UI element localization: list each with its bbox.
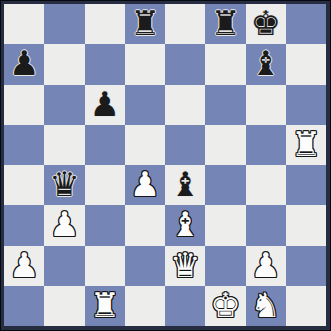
square-e3[interactable]: ♝ bbox=[165, 205, 205, 245]
piece-white-rook-h5[interactable]: ♜ bbox=[291, 127, 321, 161]
piece-black-bishop-e4[interactable]: ♝ bbox=[170, 167, 200, 201]
square-h5[interactable]: ♜ bbox=[286, 125, 326, 165]
square-a1[interactable] bbox=[4, 286, 44, 326]
square-f7[interactable] bbox=[205, 44, 245, 84]
piece-black-rook-f8[interactable]: ♜ bbox=[210, 6, 240, 40]
square-b2[interactable] bbox=[44, 246, 84, 286]
square-a8[interactable] bbox=[4, 4, 44, 44]
piece-white-bishop-e3[interactable]: ♝ bbox=[170, 207, 200, 241]
square-a5[interactable] bbox=[4, 125, 44, 165]
chess-board-grid: ♜♜♚♟♝♟♜♛♟♝♟♝♟♛♟♜♚♞ bbox=[4, 4, 326, 326]
piece-black-queen-b4[interactable]: ♛ bbox=[49, 167, 79, 201]
piece-black-pawn-c6[interactable]: ♟ bbox=[89, 87, 119, 121]
square-d7[interactable] bbox=[125, 44, 165, 84]
piece-black-rook-d8[interactable]: ♜ bbox=[130, 6, 160, 40]
chess-board: ♜♜♚♟♝♟♜♛♟♝♟♝♟♛♟♜♚♞ bbox=[0, 0, 331, 331]
square-b5[interactable] bbox=[44, 125, 84, 165]
square-h3[interactable] bbox=[286, 205, 326, 245]
square-h2[interactable] bbox=[286, 246, 326, 286]
square-b8[interactable] bbox=[44, 4, 84, 44]
piece-white-pawn-d4[interactable]: ♟ bbox=[130, 167, 160, 201]
square-c5[interactable] bbox=[85, 125, 125, 165]
square-c2[interactable] bbox=[85, 246, 125, 286]
square-h7[interactable] bbox=[286, 44, 326, 84]
square-b7[interactable] bbox=[44, 44, 84, 84]
piece-white-pawn-a2[interactable]: ♟ bbox=[9, 248, 39, 282]
square-c3[interactable] bbox=[85, 205, 125, 245]
square-g2[interactable]: ♟ bbox=[246, 246, 286, 286]
square-d8[interactable]: ♜ bbox=[125, 4, 165, 44]
square-d2[interactable] bbox=[125, 246, 165, 286]
square-d3[interactable] bbox=[125, 205, 165, 245]
square-b3[interactable]: ♟ bbox=[44, 205, 84, 245]
square-g3[interactable] bbox=[246, 205, 286, 245]
piece-white-knight-g1[interactable]: ♞ bbox=[250, 288, 280, 322]
square-a7[interactable]: ♟ bbox=[4, 44, 44, 84]
square-g6[interactable] bbox=[246, 85, 286, 125]
square-a2[interactable]: ♟ bbox=[4, 246, 44, 286]
square-c1[interactable]: ♜ bbox=[85, 286, 125, 326]
piece-white-queen-e2[interactable]: ♛ bbox=[170, 248, 200, 282]
square-e6[interactable] bbox=[165, 85, 205, 125]
piece-black-king-g8[interactable]: ♚ bbox=[250, 6, 280, 40]
square-b4[interactable]: ♛ bbox=[44, 165, 84, 205]
square-d4[interactable]: ♟ bbox=[125, 165, 165, 205]
square-c6[interactable]: ♟ bbox=[85, 85, 125, 125]
square-a3[interactable] bbox=[4, 205, 44, 245]
square-g4[interactable] bbox=[246, 165, 286, 205]
piece-black-pawn-a7[interactable]: ♟ bbox=[9, 46, 39, 80]
square-f5[interactable] bbox=[205, 125, 245, 165]
square-d1[interactable] bbox=[125, 286, 165, 326]
square-e4[interactable]: ♝ bbox=[165, 165, 205, 205]
square-e5[interactable] bbox=[165, 125, 205, 165]
square-f4[interactable] bbox=[205, 165, 245, 205]
piece-white-rook-c1[interactable]: ♜ bbox=[89, 288, 119, 322]
square-c7[interactable] bbox=[85, 44, 125, 84]
square-g1[interactable]: ♞ bbox=[246, 286, 286, 326]
square-h1[interactable] bbox=[286, 286, 326, 326]
piece-white-pawn-b3[interactable]: ♟ bbox=[49, 207, 79, 241]
square-f1[interactable]: ♚ bbox=[205, 286, 245, 326]
square-g5[interactable] bbox=[246, 125, 286, 165]
square-c8[interactable] bbox=[85, 4, 125, 44]
square-g7[interactable]: ♝ bbox=[246, 44, 286, 84]
square-b6[interactable] bbox=[44, 85, 84, 125]
square-h4[interactable] bbox=[286, 165, 326, 205]
square-e2[interactable]: ♛ bbox=[165, 246, 205, 286]
square-e1[interactable] bbox=[165, 286, 205, 326]
piece-white-king-f1[interactable]: ♚ bbox=[210, 288, 240, 322]
square-f8[interactable]: ♜ bbox=[205, 4, 245, 44]
square-e7[interactable] bbox=[165, 44, 205, 84]
square-h6[interactable] bbox=[286, 85, 326, 125]
square-f2[interactable] bbox=[205, 246, 245, 286]
piece-white-pawn-g2[interactable]: ♟ bbox=[250, 248, 280, 282]
square-d6[interactable] bbox=[125, 85, 165, 125]
square-g8[interactable]: ♚ bbox=[246, 4, 286, 44]
square-a4[interactable] bbox=[4, 165, 44, 205]
square-f6[interactable] bbox=[205, 85, 245, 125]
piece-black-bishop-g7[interactable]: ♝ bbox=[250, 46, 280, 80]
square-e8[interactable] bbox=[165, 4, 205, 44]
square-h8[interactable] bbox=[286, 4, 326, 44]
square-f3[interactable] bbox=[205, 205, 245, 245]
square-c4[interactable] bbox=[85, 165, 125, 205]
square-d5[interactable] bbox=[125, 125, 165, 165]
square-a6[interactable] bbox=[4, 85, 44, 125]
square-b1[interactable] bbox=[44, 286, 84, 326]
